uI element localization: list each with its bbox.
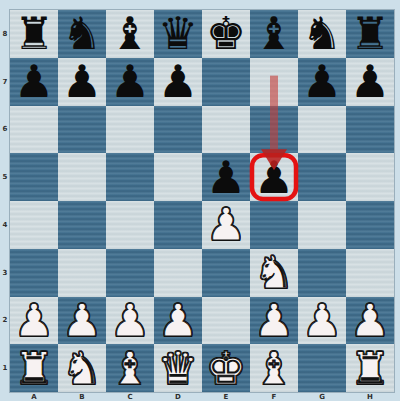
square-c4[interactable]: [106, 201, 154, 249]
square-a8[interactable]: ♜: [10, 10, 58, 58]
square-h4[interactable]: [346, 201, 394, 249]
white-rook[interactable]: ♜: [14, 345, 54, 392]
rank-label-7: 7: [0, 58, 10, 106]
square-b2[interactable]: ♟: [58, 297, 106, 345]
square-g3[interactable]: [298, 249, 346, 297]
black-queen[interactable]: ♛: [158, 10, 198, 57]
white-bishop[interactable]: ♝: [254, 345, 294, 392]
square-d2[interactable]: ♟: [154, 297, 202, 345]
chess-board[interactable]: ♜♞♝♛♚♝♞♜♟♟♟♟♟♟♟♟♟♞♟♟♟♟♟♟♟♜♞♝♛♚♝♜: [10, 10, 394, 392]
white-bishop[interactable]: ♝: [110, 345, 150, 392]
white-knight[interactable]: ♞: [254, 249, 294, 296]
square-a1[interactable]: ♜: [10, 344, 58, 392]
white-queen[interactable]: ♛: [158, 345, 198, 392]
white-pawn[interactable]: ♟: [110, 297, 150, 344]
square-f5[interactable]: ♟: [250, 153, 298, 201]
white-pawn[interactable]: ♟: [254, 297, 294, 344]
black-pawn[interactable]: ♟: [302, 58, 342, 105]
black-bishop[interactable]: ♝: [110, 10, 150, 57]
white-pawn[interactable]: ♟: [14, 297, 54, 344]
rank-label-2: 2: [0, 297, 10, 345]
white-pawn[interactable]: ♟: [62, 297, 102, 344]
black-bishop[interactable]: ♝: [254, 10, 294, 57]
square-c5[interactable]: [106, 153, 154, 201]
square-e6[interactable]: [202, 106, 250, 154]
square-e3[interactable]: [202, 249, 250, 297]
black-rook[interactable]: ♜: [14, 10, 54, 57]
square-f7[interactable]: [250, 58, 298, 106]
chess-app-canvas: 87654321 ♜♞♝♛♚♝♞♜♟♟♟♟♟♟♟♟♟♞♟♟♟♟♟♟♟♜♞♝♛♚♝…: [0, 0, 400, 401]
square-b7[interactable]: ♟: [58, 58, 106, 106]
square-b6[interactable]: [58, 106, 106, 154]
square-g2[interactable]: ♟: [298, 297, 346, 345]
square-d3[interactable]: [154, 249, 202, 297]
square-h6[interactable]: [346, 106, 394, 154]
square-h7[interactable]: ♟: [346, 58, 394, 106]
square-g8[interactable]: ♞: [298, 10, 346, 58]
square-f2[interactable]: ♟: [250, 297, 298, 345]
rank-label-1: 1: [0, 344, 10, 392]
square-d4[interactable]: [154, 201, 202, 249]
square-c2[interactable]: ♟: [106, 297, 154, 345]
square-h8[interactable]: ♜: [346, 10, 394, 58]
white-pawn[interactable]: ♟: [158, 297, 198, 344]
black-pawn[interactable]: ♟: [206, 154, 246, 201]
square-f6[interactable]: [250, 106, 298, 154]
black-knight[interactable]: ♞: [302, 10, 342, 57]
square-g5[interactable]: [298, 153, 346, 201]
square-h1[interactable]: ♜: [346, 344, 394, 392]
square-a5[interactable]: [10, 153, 58, 201]
black-rook[interactable]: ♜: [350, 10, 390, 57]
square-f4[interactable]: [250, 201, 298, 249]
square-d6[interactable]: [154, 106, 202, 154]
square-c1[interactable]: ♝: [106, 344, 154, 392]
square-e8[interactable]: ♚: [202, 10, 250, 58]
square-f1[interactable]: ♝: [250, 344, 298, 392]
square-a2[interactable]: ♟: [10, 297, 58, 345]
square-e4[interactable]: ♟: [202, 201, 250, 249]
file-label-g: G: [298, 392, 346, 401]
black-knight[interactable]: ♞: [62, 10, 102, 57]
square-b5[interactable]: [58, 153, 106, 201]
white-pawn[interactable]: ♟: [206, 201, 246, 248]
square-d5[interactable]: [154, 153, 202, 201]
square-d1[interactable]: ♛: [154, 344, 202, 392]
rank-labels: 87654321: [0, 10, 10, 392]
square-c6[interactable]: [106, 106, 154, 154]
square-e2[interactable]: [202, 297, 250, 345]
square-a3[interactable]: [10, 249, 58, 297]
square-d7[interactable]: ♟: [154, 58, 202, 106]
rank-label-4: 4: [0, 201, 10, 249]
square-h5[interactable]: [346, 153, 394, 201]
square-b1[interactable]: ♞: [58, 344, 106, 392]
black-pawn[interactable]: ♟: [110, 58, 150, 105]
black-pawn[interactable]: ♟: [350, 58, 390, 105]
square-e5[interactable]: ♟: [202, 153, 250, 201]
square-f8[interactable]: ♝: [250, 10, 298, 58]
square-c7[interactable]: ♟: [106, 58, 154, 106]
rank-label-6: 6: [0, 106, 10, 154]
black-pawn[interactable]: ♟: [254, 154, 294, 201]
square-h3[interactable]: [346, 249, 394, 297]
square-h2[interactable]: ♟: [346, 297, 394, 345]
white-rook[interactable]: ♜: [350, 345, 390, 392]
square-a7[interactable]: ♟: [10, 58, 58, 106]
square-d8[interactable]: ♛: [154, 10, 202, 58]
square-b8[interactable]: ♞: [58, 10, 106, 58]
rank-label-3: 3: [0, 249, 10, 297]
square-g7[interactable]: ♟: [298, 58, 346, 106]
black-pawn[interactable]: ♟: [14, 58, 54, 105]
white-pawn[interactable]: ♟: [350, 297, 390, 344]
rank-label-8: 8: [0, 10, 10, 58]
rank-label-5: 5: [0, 153, 10, 201]
square-f3[interactable]: ♞: [250, 249, 298, 297]
square-g4[interactable]: [298, 201, 346, 249]
square-e7[interactable]: [202, 58, 250, 106]
black-pawn[interactable]: ♟: [158, 58, 198, 105]
square-e1[interactable]: ♚: [202, 344, 250, 392]
square-a6[interactable]: [10, 106, 58, 154]
white-knight[interactable]: ♞: [62, 345, 102, 392]
square-g1[interactable]: [298, 344, 346, 392]
square-c8[interactable]: ♝: [106, 10, 154, 58]
square-b3[interactable]: [58, 249, 106, 297]
square-c3[interactable]: [106, 249, 154, 297]
square-g6[interactable]: [298, 106, 346, 154]
black-pawn[interactable]: ♟: [62, 58, 102, 105]
black-king[interactable]: ♚: [206, 10, 246, 57]
square-b4[interactable]: [58, 201, 106, 249]
white-king[interactable]: ♚: [206, 345, 246, 392]
square-a4[interactable]: [10, 201, 58, 249]
white-pawn[interactable]: ♟: [302, 297, 342, 344]
